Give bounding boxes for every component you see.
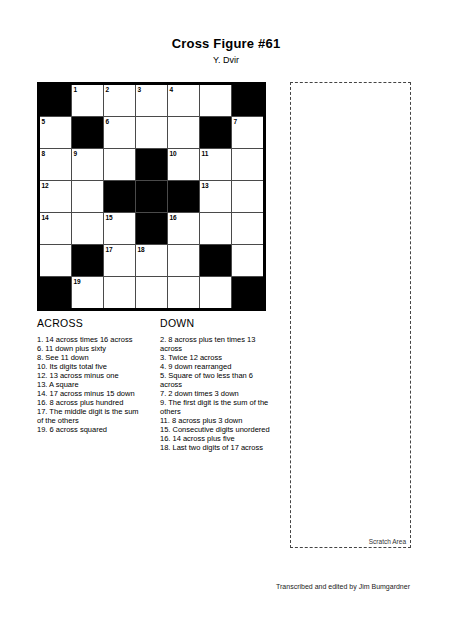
across-clue: 14. 17 across minus 15 down — [37, 389, 144, 398]
block-cell — [136, 149, 167, 180]
entry-cell[interactable]: 2 — [104, 85, 135, 116]
entry-cell[interactable]: 8 — [40, 149, 71, 180]
clue-number: 17 — [106, 246, 113, 253]
clue-number: 11 — [202, 150, 209, 157]
entry-cell[interactable]: 1 — [72, 85, 103, 116]
entry-cell[interactable] — [232, 245, 263, 276]
entry-cell[interactable]: 3 — [136, 85, 167, 116]
entry-cell[interactable]: 19 — [72, 277, 103, 308]
clue-number: 19 — [74, 278, 81, 285]
across-clue: 17. The middle digit is the sum of the o… — [37, 407, 144, 425]
entry-cell[interactable] — [136, 277, 167, 308]
credit-line: Transcribed and edited by Jim Bumgardner — [276, 583, 410, 590]
clue-number: 3 — [138, 86, 142, 93]
scratch-area-label: Scratch Area — [369, 538, 406, 545]
block-cell — [168, 181, 199, 212]
entry-cell[interactable]: 18 — [136, 245, 167, 276]
entry-cell[interactable]: 5 — [40, 117, 71, 148]
down-clue: 18. Last two digits of 17 across — [160, 443, 273, 452]
across-clue: 1. 14 across times 16 across — [37, 335, 144, 344]
clue-number: 16 — [170, 214, 177, 221]
clue-number: 13 — [202, 182, 209, 189]
down-clue: 3. Twice 12 across — [160, 353, 273, 362]
entry-cell[interactable] — [168, 245, 199, 276]
clue-number: 5 — [42, 118, 46, 125]
down-clue: 5. Square of two less than 6 across — [160, 371, 273, 389]
page-title: Cross Figure #61 — [0, 36, 452, 51]
clue-number: 14 — [42, 214, 49, 221]
entry-cell[interactable] — [200, 277, 231, 308]
entry-cell[interactable] — [168, 277, 199, 308]
down-heading: DOWN — [160, 317, 273, 329]
block-cell — [40, 277, 71, 308]
entry-cell[interactable] — [232, 213, 263, 244]
across-clue: 12. 13 across minus one — [37, 371, 144, 380]
entry-cell[interactable] — [200, 213, 231, 244]
down-clue: 7. 2 down times 3 down — [160, 389, 273, 398]
entry-cell[interactable]: 13 — [200, 181, 231, 212]
crossfigure-grid: 12345678910111213141516171819 — [37, 82, 266, 311]
clue-number: 8 — [42, 150, 46, 157]
clue-number: 7 — [234, 118, 238, 125]
across-clue: 10. Its digits total five — [37, 362, 144, 371]
entry-cell[interactable] — [232, 181, 263, 212]
down-clue: 15. Consecutive digits unordered — [160, 425, 273, 434]
down-clue: 11. 8 across plus 3 down — [160, 416, 273, 425]
clue-number: 4 — [170, 86, 174, 93]
across-clues-section: ACROSS 1. 14 across times 16 across6. 11… — [37, 317, 144, 434]
down-clue: 9. The first digit is the sum of the oth… — [160, 398, 273, 416]
block-cell — [136, 213, 167, 244]
down-clue: 4. 9 down rearranged — [160, 362, 273, 371]
across-clue: 13. A square — [37, 380, 144, 389]
author-byline: Y. Dvir — [0, 55, 452, 65]
entry-cell[interactable]: 12 — [40, 181, 71, 212]
entry-cell[interactable]: 10 — [168, 149, 199, 180]
down-clue: 16. 14 across plus five — [160, 434, 273, 443]
down-clue: 2. 8 across plus ten times 13 across — [160, 335, 273, 353]
across-clue: 8. See 11 down — [37, 353, 144, 362]
across-heading: ACROSS — [37, 317, 144, 329]
entry-cell[interactable] — [200, 85, 231, 116]
across-clue: 6. 11 down plus sixty — [37, 344, 144, 353]
across-clue-list: 1. 14 across times 16 across6. 11 down p… — [37, 335, 144, 434]
entry-cell[interactable]: 9 — [72, 149, 103, 180]
block-cell — [200, 117, 231, 148]
clue-number: 10 — [170, 150, 177, 157]
clue-number: 12 — [42, 182, 49, 189]
clue-number: 18 — [138, 246, 145, 253]
entry-cell[interactable]: 4 — [168, 85, 199, 116]
entry-cell[interactable] — [232, 149, 263, 180]
clue-number: 1 — [74, 86, 78, 93]
down-clue-list: 2. 8 across plus ten times 13 across3. T… — [160, 335, 273, 452]
block-cell — [72, 245, 103, 276]
entry-cell[interactable] — [72, 181, 103, 212]
block-cell — [72, 117, 103, 148]
clue-number: 9 — [74, 150, 78, 157]
across-clue: 16. 8 across plus hundred — [37, 398, 144, 407]
block-cell — [136, 181, 167, 212]
block-cell — [232, 277, 263, 308]
entry-cell[interactable] — [72, 213, 103, 244]
entry-cell[interactable] — [40, 245, 71, 276]
puzzle-page: Cross Figure #61 Y. Dvir 123456789101112… — [0, 0, 452, 640]
entry-cell[interactable] — [104, 149, 135, 180]
clue-number: 15 — [106, 214, 113, 221]
entry-cell[interactable]: 7 — [232, 117, 263, 148]
clue-number: 6 — [106, 118, 110, 125]
entry-cell[interactable] — [168, 117, 199, 148]
entry-cell[interactable]: 14 — [40, 213, 71, 244]
scratch-area[interactable]: Scratch Area — [290, 82, 411, 548]
down-clues-section: DOWN 2. 8 across plus ten times 13 acros… — [160, 317, 273, 452]
entry-cell[interactable]: 11 — [200, 149, 231, 180]
block-cell — [104, 181, 135, 212]
clue-number: 2 — [106, 86, 110, 93]
entry-cell[interactable]: 6 — [104, 117, 135, 148]
block-cell — [40, 85, 71, 116]
entry-cell[interactable] — [104, 277, 135, 308]
entry-cell[interactable]: 15 — [104, 213, 135, 244]
across-clue: 19. 6 across squared — [37, 425, 144, 434]
entry-cell[interactable]: 17 — [104, 245, 135, 276]
block-cell — [232, 85, 263, 116]
block-cell — [200, 245, 231, 276]
entry-cell[interactable] — [136, 117, 167, 148]
entry-cell[interactable]: 16 — [168, 213, 199, 244]
